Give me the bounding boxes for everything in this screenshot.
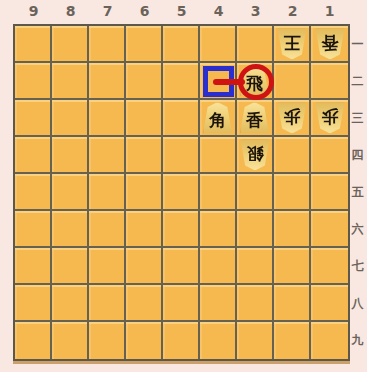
board-square-9d[interactable]: [15, 137, 52, 174]
board-square-7g[interactable]: [89, 248, 126, 285]
board-square-4c[interactable]: 角: [200, 100, 237, 137]
board-square-2b[interactable]: [274, 63, 311, 100]
board-square-9i[interactable]: [15, 322, 52, 359]
rank-labels: 一二三四五六七八九: [349, 26, 366, 359]
board-square-5g[interactable]: [163, 248, 200, 285]
board-square-5i[interactable]: [163, 322, 200, 359]
board-square-8i[interactable]: [52, 322, 89, 359]
board-square-9h[interactable]: [15, 285, 52, 322]
board-square-1a[interactable]: 香: [311, 26, 348, 63]
rank-label: 八: [349, 285, 366, 322]
board-square-3e[interactable]: [237, 174, 274, 211]
board-square-3b[interactable]: 飛: [237, 63, 274, 100]
board-square-4g[interactable]: [200, 248, 237, 285]
shogi-diagram: 987654321 王香飛角香歩歩銀 一二三四五六七八九: [0, 0, 367, 372]
board-square-7f[interactable]: [89, 211, 126, 248]
board-square-4a[interactable]: [200, 26, 237, 63]
rank-label: 六: [349, 211, 366, 248]
board-square-7e[interactable]: [89, 174, 126, 211]
board-square-5b[interactable]: [163, 63, 200, 100]
rank-label: 九: [349, 322, 366, 359]
file-label: 4: [200, 1, 237, 22]
board-square-7d[interactable]: [89, 137, 126, 174]
board-square-1i[interactable]: [311, 322, 348, 359]
board-square-5a[interactable]: [163, 26, 200, 63]
sente-rook-piece[interactable]: 飛: [240, 65, 269, 96]
board-square-9f[interactable]: [15, 211, 52, 248]
board-square-1g[interactable]: [311, 248, 348, 285]
board-square-2a[interactable]: 王: [274, 26, 311, 63]
rank-label: 四: [349, 137, 366, 174]
board-square-3c[interactable]: 香: [237, 100, 274, 137]
board-square-8d[interactable]: [52, 137, 89, 174]
board-square-6c[interactable]: [126, 100, 163, 137]
board-square-6e[interactable]: [126, 174, 163, 211]
board-square-1b[interactable]: [311, 63, 348, 100]
board-square-9e[interactable]: [15, 174, 52, 211]
board-square-4i[interactable]: [200, 322, 237, 359]
board-square-2d[interactable]: [274, 137, 311, 174]
board-square-6a[interactable]: [126, 26, 163, 63]
board-square-3a[interactable]: [237, 26, 274, 63]
board-square-1c[interactable]: 歩: [311, 100, 348, 137]
board-square-9g[interactable]: [15, 248, 52, 285]
board-square-5c[interactable]: [163, 100, 200, 137]
file-label: 2: [274, 1, 311, 22]
board-square-1d[interactable]: [311, 137, 348, 174]
board-square-8a[interactable]: [52, 26, 89, 63]
board-square-2c[interactable]: 歩: [274, 100, 311, 137]
board-square-8g[interactable]: [52, 248, 89, 285]
board-square-5h[interactable]: [163, 285, 200, 322]
file-label: 3: [237, 1, 274, 22]
gote-silver-piece[interactable]: 銀: [240, 139, 269, 170]
board-square-8e[interactable]: [52, 174, 89, 211]
board-square-9c[interactable]: [15, 100, 52, 137]
gote-pawn-piece[interactable]: 歩: [315, 102, 344, 133]
board-square-7h[interactable]: [89, 285, 126, 322]
board-square-6h[interactable]: [126, 285, 163, 322]
board-square-7c[interactable]: [89, 100, 126, 137]
gote-pawn-piece[interactable]: 歩: [277, 102, 306, 133]
board-square-2i[interactable]: [274, 322, 311, 359]
file-label: 9: [15, 1, 52, 22]
board-square-3d[interactable]: 銀: [237, 137, 274, 174]
board-square-3g[interactable]: [237, 248, 274, 285]
file-label: 6: [126, 1, 163, 22]
shogi-board: 王香飛角香歩歩銀: [13, 24, 350, 361]
board-square-8c[interactable]: [52, 100, 89, 137]
board-square-5f[interactable]: [163, 211, 200, 248]
board-square-5d[interactable]: [163, 137, 200, 174]
board-square-4e[interactable]: [200, 174, 237, 211]
rank-label: 二: [349, 63, 366, 100]
file-label: 5: [163, 1, 200, 22]
file-label: 7: [89, 1, 126, 22]
file-labels: 987654321: [15, 1, 348, 22]
board-square-4h[interactable]: [200, 285, 237, 322]
board-square-8b[interactable]: [52, 63, 89, 100]
board-square-4f[interactable]: [200, 211, 237, 248]
board-square-8f[interactable]: [52, 211, 89, 248]
board-square-2g[interactable]: [274, 248, 311, 285]
rank-label: 一: [349, 26, 366, 63]
board-square-7b[interactable]: [89, 63, 126, 100]
gote-lance-piece[interactable]: 香: [315, 28, 344, 59]
rank-label: 七: [349, 248, 366, 285]
file-label: 8: [52, 1, 89, 22]
sente-bishop-piece[interactable]: 角: [203, 102, 232, 133]
board-square-6b[interactable]: [126, 63, 163, 100]
board-square-2f[interactable]: [274, 211, 311, 248]
sente-lance-piece[interactable]: 香: [240, 102, 269, 133]
gote-king-piece[interactable]: 王: [277, 28, 306, 59]
board-square-3f[interactable]: [237, 211, 274, 248]
board-square-8h[interactable]: [52, 285, 89, 322]
board-square-1f[interactable]: [311, 211, 348, 248]
board-square-4b[interactable]: [200, 63, 237, 100]
board-square-1h[interactable]: [311, 285, 348, 322]
board-square-6i[interactable]: [126, 322, 163, 359]
rank-label: 三: [349, 100, 366, 137]
board-square-4d[interactable]: [200, 137, 237, 174]
board-square-9a[interactable]: [15, 26, 52, 63]
rank-label: 五: [349, 174, 366, 211]
board-square-7i[interactable]: [89, 322, 126, 359]
board-square-5e[interactable]: [163, 174, 200, 211]
board-square-6f[interactable]: [126, 211, 163, 248]
board-square-2h[interactable]: [274, 285, 311, 322]
board-square-1e[interactable]: [311, 174, 348, 211]
board-square-7a[interactable]: [89, 26, 126, 63]
board-square-2e[interactable]: [274, 174, 311, 211]
board-square-6g[interactable]: [126, 248, 163, 285]
file-label: 1: [311, 1, 348, 22]
board-square-3i[interactable]: [237, 322, 274, 359]
board-square-3h[interactable]: [237, 285, 274, 322]
board-square-6d[interactable]: [126, 137, 163, 174]
board-square-9b[interactable]: [15, 63, 52, 100]
